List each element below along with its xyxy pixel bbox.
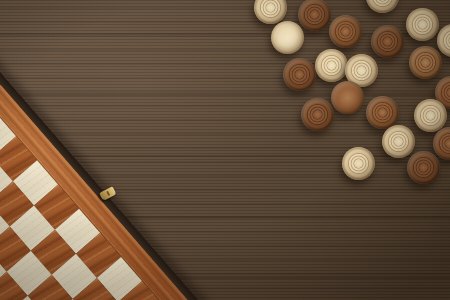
checker-piece-light[interactable] [382, 125, 415, 158]
checker-piece-dark[interactable] [407, 151, 440, 184]
checker-piece-brown[interactable] [329, 15, 362, 48]
checker-piece-light[interactable] [342, 147, 375, 180]
photo-checkers-scene [0, 0, 450, 300]
checker-piece-dark[interactable] [301, 98, 334, 131]
checker-piece-dark[interactable] [298, 0, 331, 31]
checker-piece-light[interactable] [414, 99, 447, 132]
checker-piece-tan[interactable] [409, 46, 442, 79]
checker-piece-brown[interactable] [331, 81, 364, 114]
checker-piece-light[interactable] [406, 8, 439, 41]
checker-piece-dark[interactable] [371, 25, 404, 58]
checker-piece-light[interactable] [271, 21, 304, 54]
checker-piece-light[interactable] [315, 49, 348, 82]
checker-piece-dark[interactable] [283, 58, 316, 91]
checker-piece-brown[interactable] [366, 96, 399, 129]
